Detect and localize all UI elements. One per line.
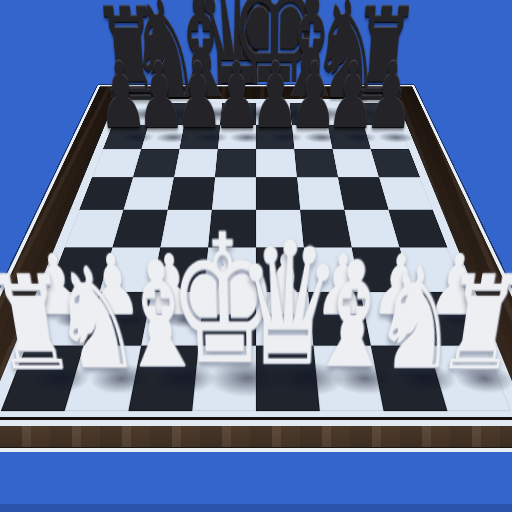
chess-app-scene: ♜♞♝♛♚♝♞♜♟♟♟♟♟♟♟♟♟♟♟♟♟♟♟♟♜♞♝♚♛♝♞♜ xyxy=(0,0,512,512)
board-frame: ♜♞♝♛♚♝♞♜♟♟♟♟♟♟♟♟♟♟♟♟♟♟♟♟♜♞♝♚♛♝♞♜ xyxy=(0,85,512,421)
board-front-trim-bottom xyxy=(0,448,512,452)
black-pawn-glyph: ♟ xyxy=(363,50,419,141)
board-viewport: ♜♞♝♛♚♝♞♜♟♟♟♟♟♟♟♟♟♟♟♟♟♟♟♟♜♞♝♚♛♝♞♜ xyxy=(0,0,512,421)
board-3d-view: ♜♞♝♛♚♝♞♜♟♟♟♟♟♟♟♟♟♟♟♟♟♟♟♟♜♞♝♚♛♝♞♜ xyxy=(0,0,512,421)
background-bottom-band xyxy=(0,504,512,512)
pieces-layer: ♜♞♝♛♚♝♞♜♟♟♟♟♟♟♟♟♟♟♟♟♟♟♟♟♜♞♝♚♛♝♞♜ xyxy=(0,86,512,421)
board-front-face xyxy=(0,426,512,448)
